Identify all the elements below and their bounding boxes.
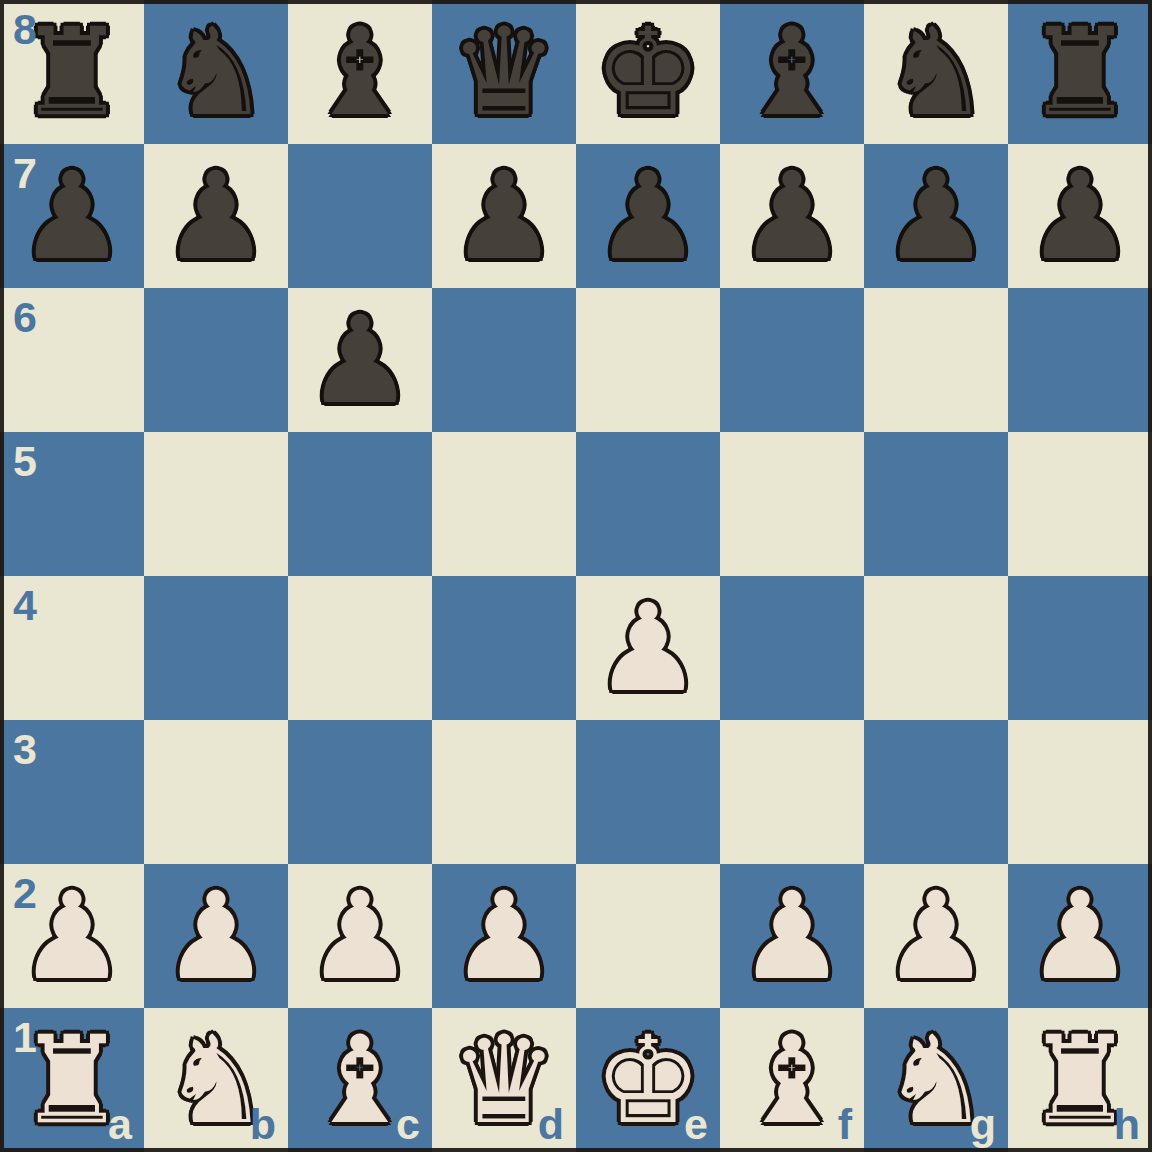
black-pawn[interactable]: ♟	[576, 144, 720, 288]
square-e4[interactable]: ♟	[576, 576, 720, 720]
square-f5[interactable]	[720, 432, 864, 576]
square-e1[interactable]: e♚	[576, 1008, 720, 1152]
square-h6[interactable]	[1008, 288, 1152, 432]
square-d1[interactable]: d♛	[432, 1008, 576, 1152]
square-c7[interactable]	[288, 144, 432, 288]
square-g2[interactable]: ♟	[864, 864, 1008, 1008]
white-pawn[interactable]: ♟	[144, 864, 288, 1008]
square-d4[interactable]	[432, 576, 576, 720]
white-pawn[interactable]: ♟	[720, 864, 864, 1008]
square-e7[interactable]: ♟	[576, 144, 720, 288]
square-d6[interactable]	[432, 288, 576, 432]
square-a5[interactable]: 5	[0, 432, 144, 576]
square-c1[interactable]: c♝	[288, 1008, 432, 1152]
white-pawn[interactable]: ♟	[576, 576, 720, 720]
square-d5[interactable]	[432, 432, 576, 576]
square-a3[interactable]: 3	[0, 720, 144, 864]
white-pawn[interactable]: ♟	[1008, 864, 1152, 1008]
black-bishop[interactable]: ♝	[720, 0, 864, 144]
square-b2[interactable]: ♟	[144, 864, 288, 1008]
black-rook[interactable]: ♜	[1008, 0, 1152, 144]
square-b3[interactable]	[144, 720, 288, 864]
square-d2[interactable]: ♟	[432, 864, 576, 1008]
square-b1[interactable]: b♞	[144, 1008, 288, 1152]
white-rook[interactable]: ♜	[0, 1008, 144, 1152]
square-g6[interactable]	[864, 288, 1008, 432]
white-pawn[interactable]: ♟	[0, 864, 144, 1008]
white-bishop[interactable]: ♝	[720, 1008, 864, 1152]
black-pawn[interactable]: ♟	[720, 144, 864, 288]
square-f1[interactable]: f♝	[720, 1008, 864, 1152]
square-g5[interactable]	[864, 432, 1008, 576]
square-a1[interactable]: 1a♜	[0, 1008, 144, 1152]
square-e5[interactable]	[576, 432, 720, 576]
square-a8[interactable]: 8♜	[0, 0, 144, 144]
square-f7[interactable]: ♟	[720, 144, 864, 288]
black-pawn[interactable]: ♟	[288, 288, 432, 432]
black-bishop[interactable]: ♝	[288, 0, 432, 144]
square-g1[interactable]: g♞	[864, 1008, 1008, 1152]
white-knight[interactable]: ♞	[144, 1008, 288, 1152]
black-pawn[interactable]: ♟	[864, 144, 1008, 288]
black-knight[interactable]: ♞	[144, 0, 288, 144]
square-a6[interactable]: 6	[0, 288, 144, 432]
square-a4[interactable]: 4	[0, 576, 144, 720]
square-d3[interactable]	[432, 720, 576, 864]
chess-board: 8♜♞♝♛♚♝♞♜7♟♟♟♟♟♟♟6♟54♟32♟♟♟♟♟♟♟1a♜b♞c♝d♛…	[0, 0, 1152, 1152]
square-c8[interactable]: ♝	[288, 0, 432, 144]
white-pawn[interactable]: ♟	[288, 864, 432, 1008]
square-f6[interactable]	[720, 288, 864, 432]
square-h7[interactable]: ♟	[1008, 144, 1152, 288]
white-bishop[interactable]: ♝	[288, 1008, 432, 1152]
square-e3[interactable]	[576, 720, 720, 864]
black-pawn[interactable]: ♟	[432, 144, 576, 288]
black-queen[interactable]: ♛	[432, 0, 576, 144]
square-g8[interactable]: ♞	[864, 0, 1008, 144]
square-f8[interactable]: ♝	[720, 0, 864, 144]
square-c5[interactable]	[288, 432, 432, 576]
white-knight[interactable]: ♞	[864, 1008, 1008, 1152]
square-b5[interactable]	[144, 432, 288, 576]
white-pawn[interactable]: ♟	[432, 864, 576, 1008]
black-pawn[interactable]: ♟	[144, 144, 288, 288]
square-c3[interactable]	[288, 720, 432, 864]
square-b7[interactable]: ♟	[144, 144, 288, 288]
rank-label: 6	[13, 296, 37, 339]
square-c2[interactable]: ♟	[288, 864, 432, 1008]
square-g4[interactable]	[864, 576, 1008, 720]
white-rook[interactable]: ♜	[1008, 1008, 1152, 1152]
square-g3[interactable]	[864, 720, 1008, 864]
square-h1[interactable]: h♜	[1008, 1008, 1152, 1152]
square-c4[interactable]	[288, 576, 432, 720]
white-queen[interactable]: ♛	[432, 1008, 576, 1152]
black-pawn[interactable]: ♟	[0, 144, 144, 288]
rank-label: 5	[13, 440, 37, 483]
square-a2[interactable]: 2♟	[0, 864, 144, 1008]
rank-label: 4	[13, 584, 37, 627]
black-knight[interactable]: ♞	[864, 0, 1008, 144]
square-h3[interactable]	[1008, 720, 1152, 864]
square-b6[interactable]	[144, 288, 288, 432]
square-h5[interactable]	[1008, 432, 1152, 576]
square-f2[interactable]: ♟	[720, 864, 864, 1008]
black-pawn[interactable]: ♟	[1008, 144, 1152, 288]
square-e6[interactable]	[576, 288, 720, 432]
square-a7[interactable]: 7♟	[0, 144, 144, 288]
square-e8[interactable]: ♚	[576, 0, 720, 144]
square-c6[interactable]: ♟	[288, 288, 432, 432]
black-king[interactable]: ♚	[576, 0, 720, 144]
square-b4[interactable]	[144, 576, 288, 720]
square-h4[interactable]	[1008, 576, 1152, 720]
square-g7[interactable]: ♟	[864, 144, 1008, 288]
white-pawn[interactable]: ♟	[864, 864, 1008, 1008]
square-f3[interactable]	[720, 720, 864, 864]
white-king[interactable]: ♚	[576, 1008, 720, 1152]
square-h8[interactable]: ♜	[1008, 0, 1152, 144]
square-e2[interactable]	[576, 864, 720, 1008]
square-f4[interactable]	[720, 576, 864, 720]
square-d7[interactable]: ♟	[432, 144, 576, 288]
square-b8[interactable]: ♞	[144, 0, 288, 144]
square-h2[interactable]: ♟	[1008, 864, 1152, 1008]
rank-label: 3	[13, 728, 37, 771]
black-rook[interactable]: ♜	[0, 0, 144, 144]
square-d8[interactable]: ♛	[432, 0, 576, 144]
